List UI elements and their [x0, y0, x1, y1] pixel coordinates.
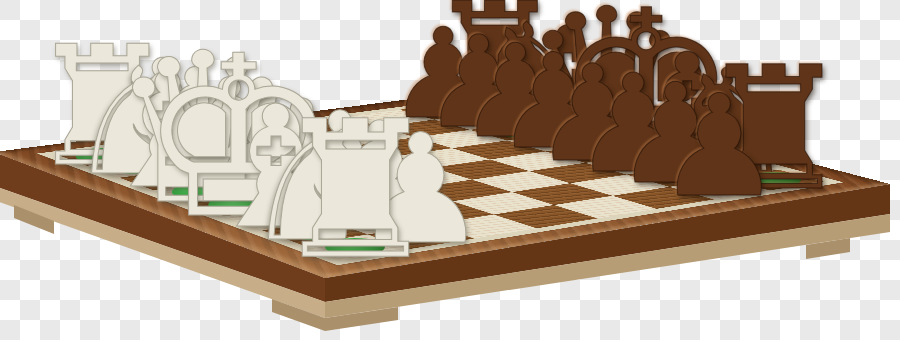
chess-scene: ♜♞♝♛♚♝♞♜♟♟♟♟♟♟♟♟♜♞♝♛♚♝♞♜♟♟♟♟♟♟♟♟ — [0, 0, 900, 340]
rook-icon: ♜ — [271, 96, 441, 285]
pawn-icon: ♟ — [656, 76, 782, 217]
pieces-layer: ♜♞♝♛♚♝♞♜♟♟♟♟♟♟♟♟♜♞♝♛♚♝♞♜♟♟♟♟♟♟♟♟ — [0, 0, 900, 340]
